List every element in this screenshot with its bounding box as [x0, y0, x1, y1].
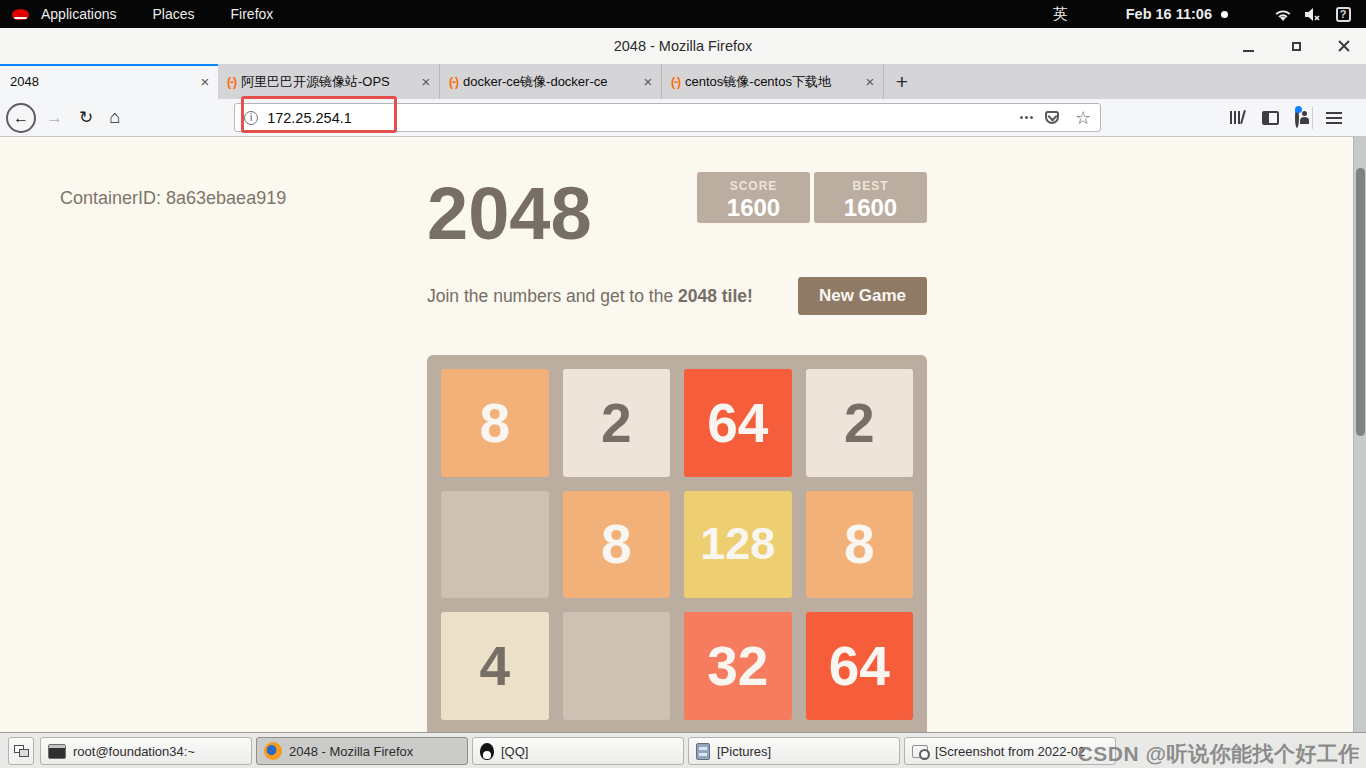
annotation-rectangle [241, 96, 397, 133]
tile-4: 4 [441, 612, 549, 720]
status-unknown-icon[interactable] [1332, 5, 1354, 23]
aliyun-favicon: (-) [227, 75, 236, 89]
close-button[interactable] [1332, 34, 1356, 58]
tile-8: 8 [806, 491, 914, 599]
game-subtitle: Join the numbers and get to the 2048 til… [427, 286, 753, 307]
wifi-icon[interactable] [1272, 5, 1294, 23]
tab-label: 2048 [0, 74, 194, 89]
qq-icon [480, 743, 494, 760]
task-button-label: [QQ] [501, 744, 528, 759]
scrollbar[interactable] [1353, 137, 1366, 732]
score-panel: SCORE 1600 BEST 1600 [697, 172, 927, 223]
screen: ApplicationsPlacesFirefox 英 Feb 16 11:06 [0, 0, 1366, 768]
best-box: BEST 1600 [814, 172, 927, 223]
topbar-menus: ApplicationsPlacesFirefox [41, 6, 273, 22]
tile-8: 8 [563, 491, 671, 599]
task-button-label: [Pictures] [717, 744, 771, 759]
subtitle-text: Join the numbers and get to the [427, 286, 678, 306]
best-value: 1600 [814, 194, 927, 222]
terminal-icon [48, 744, 66, 759]
workspace-switcher-icon [14, 745, 28, 757]
new-tab-button[interactable]: + [884, 64, 920, 99]
browser-tab-0[interactable]: 2048× [0, 64, 218, 99]
maximize-button[interactable] [1284, 34, 1308, 58]
tab-close-icon[interactable]: × [194, 73, 216, 90]
task-button-label: 2048 - Mozilla Firefox [289, 744, 413, 759]
tile-64: 64 [806, 612, 914, 720]
browser-tab-1[interactable]: (-)阿里巴巴开源镜像站-OPS× [218, 64, 440, 99]
firefox-icon [264, 742, 282, 760]
tile-32: 32 [684, 612, 792, 720]
tab-label: docker-ce镜像-docker-ce [463, 73, 637, 91]
menu-firefox[interactable]: Firefox [231, 6, 274, 22]
game-subheader: Join the numbers and get to the 2048 til… [427, 277, 927, 315]
forward-button[interactable]: → [46, 108, 63, 128]
window-controls [1236, 28, 1356, 64]
tab-close-icon[interactable]: × [859, 73, 881, 90]
browser-content: ContainerID: 8a63ebaea919 2048 SCORE 160… [0, 137, 1366, 732]
empty-cell [441, 491, 549, 599]
minimize-button[interactable] [1236, 34, 1260, 58]
aliyun-favicon: (-) [671, 75, 680, 89]
game-board: 826428128843264 [427, 355, 927, 732]
game-title: 2048 [427, 177, 592, 251]
task-button-label: root@foundation34:~ [73, 744, 195, 759]
new-game-button[interactable]: New Game [798, 277, 927, 315]
tab-close-icon[interactable]: × [415, 73, 437, 90]
back-button[interactable]: ← [6, 103, 36, 133]
account-button[interactable] [1279, 109, 1299, 127]
pocket-icon[interactable] [1045, 111, 1059, 124]
volume-muted-icon[interactable] [1302, 5, 1324, 23]
redhat-logo-icon [12, 9, 29, 20]
subtitle-bold: 2048 tile! [678, 286, 753, 306]
aliyun-favicon: (-) [449, 75, 458, 89]
notification-dot-icon [1221, 11, 1228, 18]
tab-label: centos镜像-centos下载地 [685, 73, 859, 91]
task-button-label: [Screenshot from 2022-02 [935, 744, 1085, 759]
tile-8: 8 [441, 369, 549, 477]
tile-64: 64 [684, 369, 792, 477]
game-area: 2048 SCORE 1600 BEST 1600 Join the numbe… [427, 165, 927, 732]
sidebar-icon[interactable] [1262, 111, 1279, 125]
window-title: 2048 - Mozilla Firefox [614, 38, 753, 54]
gnome-topbar: ApplicationsPlacesFirefox 英 Feb 16 11:06 [0, 0, 1366, 28]
taskbar-firefox-button[interactable]: 2048 - Mozilla Firefox [256, 737, 468, 765]
tile-2: 2 [806, 369, 914, 477]
pictures-icon [696, 743, 710, 760]
tile-128: 128 [684, 491, 792, 599]
input-method-indicator[interactable]: 英 [1053, 5, 1068, 24]
best-label: BEST [814, 179, 927, 193]
tab-label: 阿里巴巴开源镜像站-OPS [241, 73, 415, 91]
empty-cell [563, 612, 671, 720]
menu-applications[interactable]: Applications [41, 6, 117, 22]
browser-tab-2[interactable]: (-)docker-ce镜像-docker-ce× [440, 64, 662, 99]
reload-button[interactable]: ↻ [79, 107, 93, 128]
topbar-status-area: 英 Feb 16 11:06 [1053, 5, 1354, 24]
show-desktop-button[interactable] [8, 737, 34, 765]
library-icon[interactable] [1229, 110, 1246, 125]
account-badge [1295, 106, 1302, 113]
score-value: 1600 [697, 194, 810, 222]
menu-places[interactable]: Places [153, 6, 195, 22]
window-titlebar: 2048 - Mozilla Firefox [0, 28, 1366, 64]
navigation-toolbar: ← → ↻ ⌂ 172.25.254.1 [0, 99, 1366, 137]
tab-close-icon[interactable]: × [637, 73, 659, 90]
toolbar-separator [1312, 107, 1313, 129]
home-button[interactable]: ⌂ [109, 107, 120, 128]
score-box: SCORE 1600 [697, 172, 810, 223]
taskbar-terminal-button[interactable]: root@foundation34:~ [40, 737, 252, 765]
tab-strip: 2048×(-)阿里巴巴开源镜像站-OPS×(-)docker-ce镜像-doc… [0, 64, 1366, 99]
taskbar-qq-button[interactable]: [QQ] [472, 737, 684, 765]
screenshot-icon [912, 745, 928, 758]
browser-tab-3[interactable]: (-)centos镜像-centos下载地× [662, 64, 884, 99]
clock[interactable]: Feb 16 11:06 [1126, 6, 1212, 22]
tile-2: 2 [563, 369, 671, 477]
taskbar: root@foundation34:~2048 - Mozilla Firefo… [0, 732, 1366, 768]
csdn-watermark: CSDN @听说你能找个好工作 [1078, 740, 1360, 768]
menu-hamburger-icon[interactable] [1326, 117, 1342, 119]
score-label: SCORE [697, 179, 810, 193]
taskbar-pictures-button[interactable]: [Pictures] [688, 737, 900, 765]
page-actions-icon[interactable] [1020, 116, 1023, 119]
scrollbar-thumb[interactable] [1356, 168, 1365, 436]
container-id-text: ContainerID: 8a63ebaea919 [60, 188, 286, 209]
bookmark-star-icon[interactable] [1075, 107, 1091, 129]
task-button-list: root@foundation34:~2048 - Mozilla Firefo… [40, 737, 1116, 765]
